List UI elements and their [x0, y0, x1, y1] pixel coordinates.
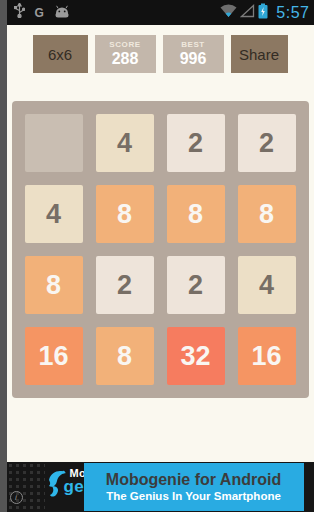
wifi-icon [220, 4, 237, 22]
ad-info-icon[interactable]: i [10, 491, 23, 504]
best-box: BEST 996 [163, 35, 224, 73]
best-label: BEST [181, 40, 205, 50]
battery-charging-icon [258, 3, 268, 23]
network-type-label: G [35, 6, 44, 20]
tile-2: 2 [167, 114, 225, 172]
score-value: 288 [112, 50, 139, 68]
signal-icon [240, 4, 255, 22]
ad-subtitle: The Genius In Your Smartphone [106, 489, 281, 504]
status-bar: G [7, 0, 314, 25]
ad-title: Mobogenie for Android [106, 470, 281, 489]
android-icon [54, 4, 70, 22]
header-bar: 6x6 SCORE 288 BEST 996 Share [7, 35, 314, 73]
usb-icon [14, 3, 25, 22]
tile-16: 16 [25, 327, 83, 385]
tile-2: 2 [238, 114, 296, 172]
best-value: 996 [180, 50, 207, 68]
tile-4: 4 [238, 256, 296, 314]
score-label: SCORE [109, 40, 140, 50]
tile-8: 8 [96, 327, 154, 385]
tile-4: 4 [25, 185, 83, 243]
tile-32: 32 [167, 327, 225, 385]
tile-8: 8 [238, 185, 296, 243]
tile-2: 2 [167, 256, 225, 314]
share-button[interactable]: Share [231, 35, 288, 73]
grid-size-button[interactable]: 6x6 [33, 35, 88, 73]
ad-hex-pattern [7, 462, 45, 512]
score-box: SCORE 288 [95, 35, 156, 73]
tile-8: 8 [96, 185, 154, 243]
tile-8: 8 [25, 256, 83, 314]
status-right-icons: 5:57 [220, 0, 309, 25]
ad-banner[interactable]: Mobo genie Mobogenie for Android The Gen… [7, 462, 314, 512]
empty-cell [25, 114, 83, 172]
tile-16: 16 [238, 327, 296, 385]
board-grid[interactable]: 422488882241683216 [12, 101, 309, 398]
ad-text-panel: Mobogenie for Android The Genius In Your… [84, 463, 304, 511]
tile-2: 2 [96, 256, 154, 314]
tile-8: 8 [167, 185, 225, 243]
app-screen: G [7, 0, 314, 512]
tile-4: 4 [96, 114, 154, 172]
clock: 5:57 [276, 4, 309, 22]
status-left-icons: G [14, 0, 70, 25]
